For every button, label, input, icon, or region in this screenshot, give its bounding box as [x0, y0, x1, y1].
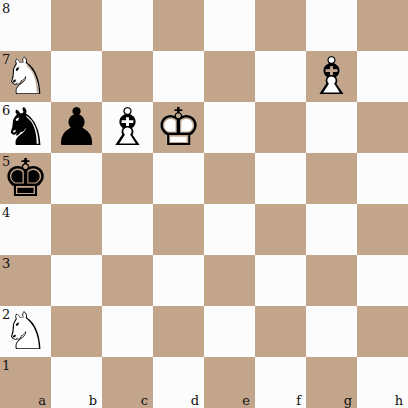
square-a2[interactable]: 2♞♘: [0, 306, 51, 357]
square-f7[interactable]: [255, 51, 306, 102]
square-f3[interactable]: [255, 255, 306, 306]
rank-label-8: 8: [2, 2, 10, 15]
square-d1[interactable]: d: [153, 357, 204, 408]
square-e8[interactable]: [204, 0, 255, 51]
square-a5[interactable]: 5♚: [0, 153, 51, 204]
black-knight-glyph: ♞: [0, 102, 51, 153]
square-c7[interactable]: [102, 51, 153, 102]
square-h2[interactable]: [357, 306, 408, 357]
square-f4[interactable]: [255, 204, 306, 255]
square-e7[interactable]: [204, 51, 255, 102]
white-bishop-outline: ♗: [102, 102, 153, 153]
square-b7[interactable]: [51, 51, 102, 102]
white-bishop[interactable]: ♝♗: [102, 102, 153, 153]
file-label-a: a: [38, 394, 46, 407]
white-bishop[interactable]: ♝♗: [306, 51, 357, 102]
square-a7[interactable]: 7♞♘: [0, 51, 51, 102]
square-a3[interactable]: 3: [0, 255, 51, 306]
white-king[interactable]: ♚♔: [153, 102, 204, 153]
black-king-glyph: ♚: [0, 153, 51, 204]
file-label-b: b: [89, 394, 97, 407]
square-c6[interactable]: ♝♗: [102, 102, 153, 153]
square-e2[interactable]: [204, 306, 255, 357]
square-h7[interactable]: [357, 51, 408, 102]
square-e6[interactable]: [204, 102, 255, 153]
white-knight[interactable]: ♞♘: [0, 51, 51, 102]
square-b6[interactable]: ♟: [51, 102, 102, 153]
square-c4[interactable]: [102, 204, 153, 255]
square-d6[interactable]: ♚♔: [153, 102, 204, 153]
black-knight[interactable]: ♞: [0, 102, 51, 153]
square-h5[interactable]: [357, 153, 408, 204]
white-knight-outline: ♘: [0, 306, 51, 357]
square-h4[interactable]: [357, 204, 408, 255]
square-g7[interactable]: ♝♗: [306, 51, 357, 102]
square-b2[interactable]: [51, 306, 102, 357]
square-a4[interactable]: 4: [0, 204, 51, 255]
square-f5[interactable]: [255, 153, 306, 204]
square-e1[interactable]: e: [204, 357, 255, 408]
file-label-c: c: [141, 394, 148, 407]
square-g3[interactable]: [306, 255, 357, 306]
black-king[interactable]: ♚: [0, 153, 51, 204]
square-d8[interactable]: [153, 0, 204, 51]
square-h6[interactable]: [357, 102, 408, 153]
square-d7[interactable]: [153, 51, 204, 102]
square-b3[interactable]: [51, 255, 102, 306]
square-h1[interactable]: h: [357, 357, 408, 408]
square-e5[interactable]: [204, 153, 255, 204]
square-e4[interactable]: [204, 204, 255, 255]
square-a8[interactable]: 8: [0, 0, 51, 51]
square-b5[interactable]: [51, 153, 102, 204]
square-f2[interactable]: [255, 306, 306, 357]
square-g6[interactable]: [306, 102, 357, 153]
square-b1[interactable]: b: [51, 357, 102, 408]
square-c5[interactable]: [102, 153, 153, 204]
square-d2[interactable]: [153, 306, 204, 357]
square-g5[interactable]: [306, 153, 357, 204]
square-g8[interactable]: [306, 0, 357, 51]
white-knight-outline: ♘: [0, 51, 51, 102]
square-e3[interactable]: [204, 255, 255, 306]
black-pawn[interactable]: ♟: [51, 102, 102, 153]
square-g2[interactable]: [306, 306, 357, 357]
black-pawn-glyph: ♟: [51, 102, 102, 153]
square-g1[interactable]: g: [306, 357, 357, 408]
file-label-g: g: [344, 394, 352, 407]
square-d4[interactable]: [153, 204, 204, 255]
square-a1[interactable]: 1a: [0, 357, 51, 408]
square-f1[interactable]: f: [255, 357, 306, 408]
square-d3[interactable]: [153, 255, 204, 306]
file-label-h: h: [395, 394, 403, 407]
square-a6[interactable]: 6♞: [0, 102, 51, 153]
chess-board: 87♞♘♝♗6♞♟♝♗♚♔5♚432♞♘1abcdefgh: [0, 0, 408, 408]
rank-label-3: 3: [2, 257, 10, 270]
square-f6[interactable]: [255, 102, 306, 153]
square-h3[interactable]: [357, 255, 408, 306]
file-label-f: f: [296, 394, 301, 407]
square-h8[interactable]: [357, 0, 408, 51]
white-bishop-outline: ♗: [306, 51, 357, 102]
white-knight[interactable]: ♞♘: [0, 306, 51, 357]
square-c8[interactable]: [102, 0, 153, 51]
file-label-d: d: [191, 394, 199, 407]
square-b4[interactable]: [51, 204, 102, 255]
square-b8[interactable]: [51, 0, 102, 51]
square-c2[interactable]: [102, 306, 153, 357]
file-label-e: e: [242, 394, 250, 407]
white-king-outline: ♔: [153, 102, 204, 153]
square-f8[interactable]: [255, 0, 306, 51]
square-c3[interactable]: [102, 255, 153, 306]
square-d5[interactable]: [153, 153, 204, 204]
square-g4[interactable]: [306, 204, 357, 255]
square-c1[interactable]: c: [102, 357, 153, 408]
